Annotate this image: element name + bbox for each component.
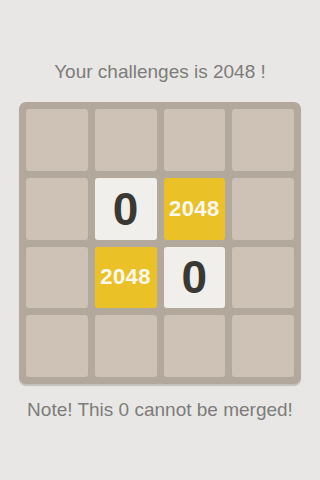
game-board[interactable]: 0204820480 bbox=[19, 102, 301, 384]
empty-cell bbox=[26, 109, 88, 171]
empty-cell bbox=[26, 315, 88, 377]
empty-cell bbox=[26, 247, 88, 309]
tile-2048: 2048 bbox=[164, 178, 226, 240]
empty-cell bbox=[26, 178, 88, 240]
empty-cell bbox=[232, 315, 294, 377]
empty-cell bbox=[232, 178, 294, 240]
tile-2048: 2048 bbox=[95, 247, 157, 309]
tile-0: 0 bbox=[164, 247, 226, 309]
challenge-title: Your challenges is 2048 ! bbox=[0, 61, 320, 83]
app-screen: Your challenges is 2048 ! 0204820480 Not… bbox=[0, 0, 320, 480]
empty-cell bbox=[164, 109, 226, 171]
empty-cell bbox=[95, 315, 157, 377]
empty-cell bbox=[164, 315, 226, 377]
empty-cell bbox=[232, 109, 294, 171]
tile-0: 0 bbox=[95, 178, 157, 240]
empty-cell bbox=[95, 109, 157, 171]
note-text: Note! This 0 cannot be merged! bbox=[0, 399, 320, 421]
empty-cell bbox=[232, 247, 294, 309]
